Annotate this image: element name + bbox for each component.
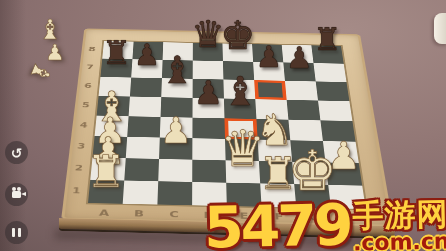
undo-icon: ↺ — [11, 146, 23, 160]
square-h7[interactable] — [313, 63, 346, 82]
captured-white-bishop: ♝ — [38, 16, 62, 43]
piece-black-rook-a7[interactable]: ♜ — [102, 37, 131, 70]
chess-game-screen: ABCDEFGH12345678 ♛♚♜♜♟♟♟♝♟♝♝♟♟♞♟♛♟♜♜♚ ♝♟… — [0, 0, 446, 251]
mug — [434, 13, 446, 44]
piece-black-bishop-c6[interactable]: ♝ — [160, 52, 194, 90]
square-b4[interactable] — [127, 116, 160, 137]
square-c1[interactable] — [157, 181, 192, 205]
piece-black-pawn-b7[interactable]: ♟ — [134, 40, 160, 69]
piece-white-pawn-c3[interactable]: ♟ — [160, 114, 192, 150]
pause-button[interactable] — [5, 221, 28, 244]
square-b3[interactable] — [126, 137, 160, 159]
square-f6[interactable] — [254, 80, 286, 100]
piece-white-rook-a1[interactable]: ♜ — [87, 149, 126, 193]
pause-icon — [12, 228, 21, 237]
camera-button[interactable] — [5, 183, 28, 206]
piece-white-king-g1[interactable]: ♚ — [288, 143, 338, 199]
captured-white-pawn: ♟ — [45, 42, 65, 64]
square-b1[interactable] — [123, 181, 159, 205]
square-d1[interactable] — [192, 182, 227, 206]
piece-black-pawn-d5[interactable]: ♟ — [194, 77, 223, 110]
square-h5[interactable] — [318, 101, 352, 122]
square-b6[interactable] — [130, 78, 162, 98]
square-e1[interactable] — [226, 183, 261, 207]
piece-black-pawn-f7[interactable]: ♟ — [256, 43, 283, 73]
piece-black-bishop-e5[interactable]: ♝ — [222, 70, 258, 110]
piece-black-rook-h8[interactable]: ♜ — [313, 24, 341, 55]
undo-button[interactable]: ↺ — [5, 141, 28, 164]
rank-label-8: 8 — [82, 41, 103, 59]
square-h6[interactable] — [316, 81, 350, 101]
square-c2[interactable] — [158, 159, 192, 182]
piece-black-pawn-g7[interactable]: ♟ — [286, 43, 313, 73]
rank-label-1: 1 — [64, 179, 88, 203]
square-g6[interactable] — [285, 81, 318, 101]
square-b5[interactable] — [129, 97, 162, 117]
square-b2[interactable] — [124, 158, 159, 181]
piece-black-king-e8[interactable]: ♚ — [220, 15, 255, 54]
rank-label-7: 7 — [79, 58, 100, 77]
